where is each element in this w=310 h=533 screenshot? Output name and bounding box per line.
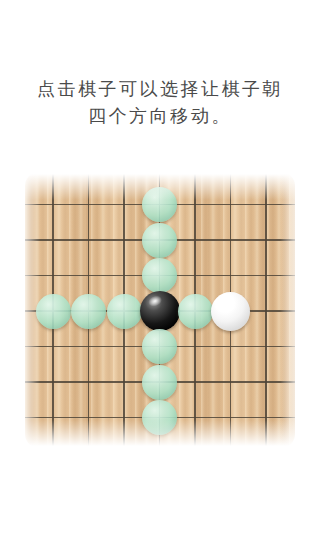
board-stones <box>10 164 310 456</box>
stone-black-r4c4[interactable] <box>140 291 180 331</box>
game-board <box>10 164 310 456</box>
stone-teal-r5c4[interactable] <box>142 329 177 364</box>
stone-teal-r6c4[interactable] <box>142 365 177 400</box>
stone-teal-r4c2[interactable] <box>71 294 106 329</box>
instruction-line-1: 点击棋子可以选择让棋子朝 <box>10 76 310 103</box>
stone-teal-r4c5[interactable] <box>178 294 213 329</box>
stone-teal-r7c4[interactable] <box>142 400 177 435</box>
tutorial-instruction: 点击棋子可以选择让棋子朝 四个方向移动。 <box>10 76 310 130</box>
instruction-line-2: 四个方向移动。 <box>10 103 310 130</box>
stone-teal-r3c4[interactable] <box>142 258 177 293</box>
stone-teal-r2c4[interactable] <box>142 223 177 258</box>
stone-teal-r1c4[interactable] <box>142 187 177 222</box>
stone-teal-r4c1[interactable] <box>36 294 71 329</box>
app-screen: 点击棋子可以选择让棋子朝 四个方向移动。 <box>10 0 310 533</box>
stone-white-r4c6[interactable] <box>211 292 250 331</box>
stone-teal-r4c3[interactable] <box>107 294 142 329</box>
